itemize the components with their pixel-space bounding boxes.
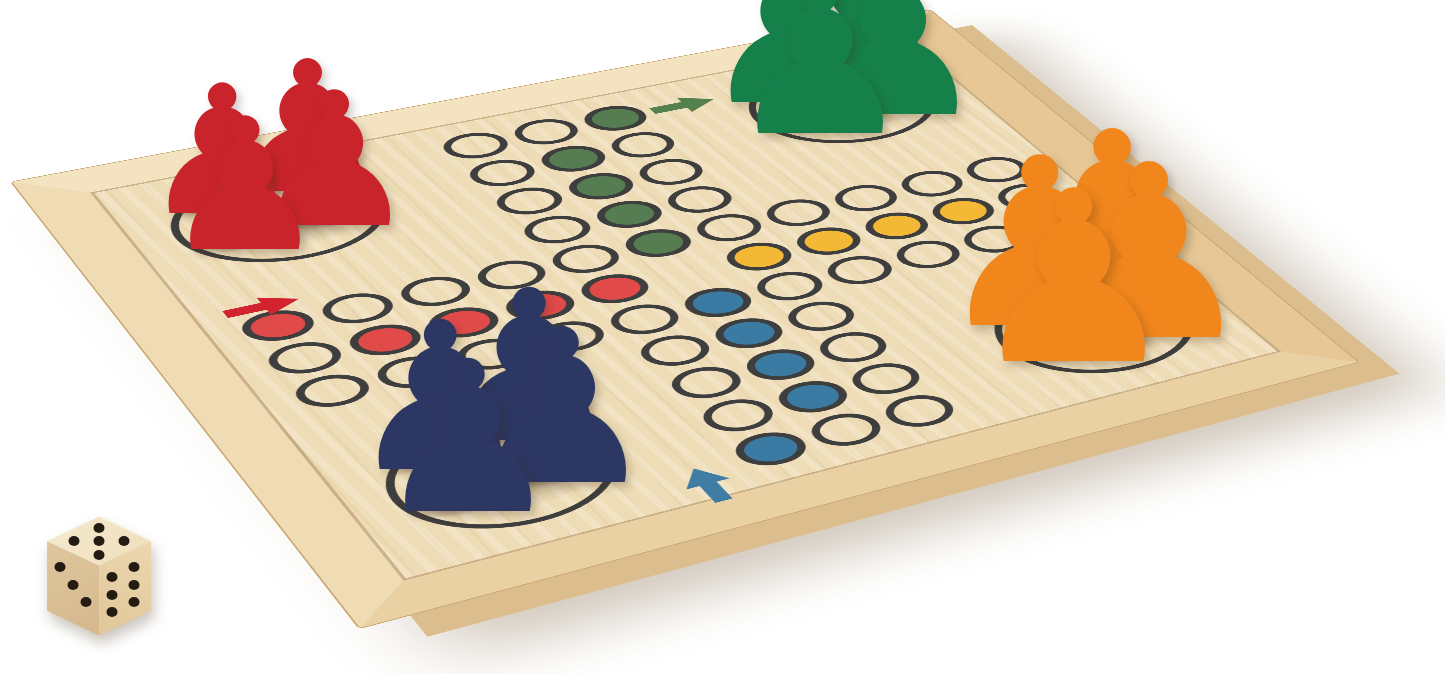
die-pip xyxy=(94,536,105,546)
die-pip xyxy=(68,580,79,590)
die-pip xyxy=(69,536,80,546)
die[interactable] xyxy=(40,514,158,638)
die-pip xyxy=(94,550,105,560)
pawn-red-3[interactable]: ♟ xyxy=(163,94,309,277)
die-pip xyxy=(118,536,129,546)
pawn-green-3[interactable]: ♟ xyxy=(726,0,894,166)
die-pip xyxy=(81,597,92,607)
product-photo-scene: ♟♟♟♟♟♟♟♟♟♟♟♟♟♟♟♟ xyxy=(0,0,1445,674)
die-pip xyxy=(129,562,140,572)
die-pip xyxy=(55,562,66,572)
die-pip xyxy=(129,580,140,590)
die-pip xyxy=(94,523,105,533)
die-pip xyxy=(106,572,117,582)
pawn-blue-3[interactable]: ♟ xyxy=(374,334,542,544)
die-pip xyxy=(106,607,117,617)
pawn-orange-3[interactable]: ♟ xyxy=(967,160,1157,398)
die-pip xyxy=(106,590,117,600)
die-pip xyxy=(129,597,140,607)
